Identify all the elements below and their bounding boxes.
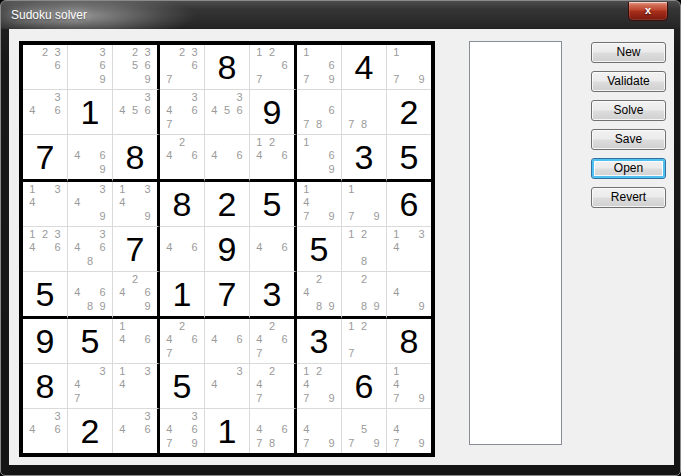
cell-candidates: 1479 xyxy=(390,365,428,405)
cell-r5c4[interactable]: 46 xyxy=(160,227,205,272)
cell-r6c1[interactable]: 5 xyxy=(23,272,68,319)
cell-candidates: 128 xyxy=(345,228,383,268)
cell-candidates: 347 xyxy=(71,365,109,405)
cell-r9c6[interactable]: 4678 xyxy=(250,409,297,453)
cell-candidates: 289 xyxy=(345,273,383,313)
cell-candidates: 2469 xyxy=(116,273,154,313)
cell-r2c3[interactable]: 3456 xyxy=(113,90,160,135)
cell-r6c8[interactable]: 289 xyxy=(342,272,387,319)
cell-r3c4[interactable]: 246 xyxy=(160,135,205,182)
cell-candidates: 236 xyxy=(26,46,64,86)
cell-r2c2[interactable]: 1 xyxy=(68,90,113,135)
cell-candidates: 34679 xyxy=(163,410,201,450)
cell-candidates: 46 xyxy=(208,136,246,176)
cell-r1c2[interactable]: 369 xyxy=(68,45,113,90)
cell-r8c2[interactable]: 347 xyxy=(68,364,113,409)
cell-r5c5[interactable]: 9 xyxy=(205,227,250,272)
cell-candidates: 4678 xyxy=(253,410,291,450)
cell-r2c8[interactable]: 78 xyxy=(342,90,387,135)
cell-candidates: 12479 xyxy=(300,365,338,405)
cell-value: 4 xyxy=(342,45,386,89)
cell-candidates: 46 xyxy=(208,320,246,360)
cell-r5c6[interactable]: 46 xyxy=(250,227,297,272)
cell-candidates: 246 xyxy=(163,136,201,176)
cell-r2c9[interactable]: 2 xyxy=(387,90,431,135)
cell-value: 8 xyxy=(23,364,67,408)
client-area: 2363692356923678126716794179346134563467… xyxy=(9,29,674,465)
cell-value: 2 xyxy=(205,182,249,226)
cell-r1c8[interactable]: 4 xyxy=(342,45,387,90)
cell-r8c7[interactable]: 12479 xyxy=(297,364,342,409)
cell-r7c1[interactable]: 9 xyxy=(23,319,68,364)
cell-r5c9[interactable]: 134 xyxy=(387,227,431,272)
save-button[interactable]: Save xyxy=(591,129,666,150)
cell-value: 3 xyxy=(342,135,386,179)
title-bar[interactable]: Sudoku solver x xyxy=(1,1,680,29)
cell-candidates: 78 xyxy=(345,91,383,131)
cell-r8c9[interactable]: 1479 xyxy=(387,364,431,409)
cell-r5c2[interactable]: 3468 xyxy=(68,227,113,272)
cell-candidates: 4689 xyxy=(71,273,109,313)
cell-r3c9[interactable]: 5 xyxy=(387,135,431,182)
cell-r5c7[interactable]: 5 xyxy=(297,227,342,272)
cell-r7c5[interactable]: 46 xyxy=(205,319,250,364)
cell-r2c4[interactable]: 3467 xyxy=(160,90,205,135)
cell-candidates: 134 xyxy=(116,365,154,405)
cell-r3c2[interactable]: 469 xyxy=(68,135,113,182)
cell-r7c6[interactable]: 2467 xyxy=(250,319,297,364)
cell-candidates: 146 xyxy=(116,320,154,360)
cell-value: 5 xyxy=(297,227,341,271)
cell-candidates: 134 xyxy=(26,183,64,223)
cell-value: 6 xyxy=(387,182,431,226)
cell-value: 3 xyxy=(297,319,341,363)
cell-r2c7[interactable]: 678 xyxy=(297,90,342,135)
cell-r7c2[interactable]: 5 xyxy=(68,319,113,364)
cell-r4c7[interactable]: 1479 xyxy=(297,182,342,227)
solve-button[interactable]: Solve xyxy=(591,100,666,121)
cell-r9c9[interactable]: 479 xyxy=(387,409,431,453)
cell-candidates: 179 xyxy=(345,183,383,223)
cell-value: 1 xyxy=(205,409,249,453)
cell-candidates: 369 xyxy=(71,46,109,86)
cell-value: 5 xyxy=(23,272,67,316)
cell-candidates: 1349 xyxy=(116,183,154,223)
cell-r7c7[interactable]: 3 xyxy=(297,319,342,364)
cell-r3c3[interactable]: 8 xyxy=(113,135,160,182)
cell-candidates: 46 xyxy=(253,228,291,268)
cell-value: 2 xyxy=(68,409,112,453)
cell-r4c3[interactable]: 1349 xyxy=(113,182,160,227)
cell-r1c7[interactable]: 1679 xyxy=(297,45,342,90)
cell-candidates: 479 xyxy=(300,410,338,450)
cell-r3c8[interactable]: 3 xyxy=(342,135,387,182)
cell-candidates: 3456 xyxy=(208,91,246,131)
cell-r1c1[interactable]: 236 xyxy=(23,45,68,90)
cell-r1c3[interactable]: 23569 xyxy=(113,45,160,90)
cell-r9c3[interactable]: 346 xyxy=(113,409,160,453)
cell-candidates: 1679 xyxy=(300,46,338,86)
cell-r4c5[interactable]: 2 xyxy=(205,182,250,227)
cell-value: 5 xyxy=(160,364,204,408)
cell-r2c5[interactable]: 3456 xyxy=(205,90,250,135)
cell-r6c4[interactable]: 1 xyxy=(160,272,205,319)
cell-candidates: 12346 xyxy=(26,228,64,268)
cell-candidates: 134 xyxy=(390,228,428,268)
cell-candidates: 3468 xyxy=(71,228,109,268)
cell-r3c7[interactable]: 169 xyxy=(297,135,342,182)
close-button[interactable]: x xyxy=(628,2,668,21)
cell-r6c9[interactable]: 49 xyxy=(387,272,431,319)
cell-r1c9[interactable]: 179 xyxy=(387,45,431,90)
cell-value: 5 xyxy=(250,182,294,226)
cell-candidates: 349 xyxy=(71,183,109,223)
cell-r9c7[interactable]: 479 xyxy=(297,409,342,453)
cell-candidates: 46 xyxy=(163,228,201,268)
cell-r1c5[interactable]: 8 xyxy=(205,45,250,90)
open-button[interactable]: Open xyxy=(591,158,666,179)
cell-value: 9 xyxy=(205,227,249,271)
cell-value: 6 xyxy=(342,364,386,408)
cell-r4c6[interactable]: 5 xyxy=(250,182,297,227)
cell-r2c1[interactable]: 346 xyxy=(23,90,68,135)
cell-r4c8[interactable]: 179 xyxy=(342,182,387,227)
cell-r3c5[interactable]: 46 xyxy=(205,135,250,182)
cell-candidates: 179 xyxy=(390,46,428,86)
cell-value: 1 xyxy=(68,90,112,134)
window: Sudoku solver x 236369235692367812671679… xyxy=(0,0,681,476)
cell-candidates: 2489 xyxy=(300,273,338,313)
cell-r1c4[interactable]: 2367 xyxy=(160,45,205,90)
cell-candidates: 127 xyxy=(345,320,383,360)
cell-r8c3[interactable]: 134 xyxy=(113,364,160,409)
cell-r4c4[interactable]: 8 xyxy=(160,182,205,227)
cell-r8c8[interactable]: 6 xyxy=(342,364,387,409)
cell-candidates: 479 xyxy=(390,410,428,450)
cell-value: 9 xyxy=(250,90,294,134)
cell-candidates: 1267 xyxy=(253,46,291,86)
cell-r9c8[interactable]: 579 xyxy=(342,409,387,453)
new-button[interactable]: New xyxy=(591,42,666,63)
cell-r4c1[interactable]: 134 xyxy=(23,182,68,227)
cell-value: 8 xyxy=(387,319,431,363)
cell-candidates: 1479 xyxy=(300,183,338,223)
cell-r6c7[interactable]: 2489 xyxy=(297,272,342,319)
cell-r5c3[interactable]: 7 xyxy=(113,227,160,272)
cell-candidates: 2467 xyxy=(163,320,201,360)
cell-r8c6[interactable]: 247 xyxy=(250,364,297,409)
cell-r9c1[interactable]: 346 xyxy=(23,409,68,453)
cell-r3c1[interactable]: 7 xyxy=(23,135,68,182)
cell-r5c8[interactable]: 128 xyxy=(342,227,387,272)
cell-r7c8[interactable]: 127 xyxy=(342,319,387,364)
cell-r4c9[interactable]: 6 xyxy=(387,182,431,227)
cell-value: 8 xyxy=(113,135,157,179)
cell-value: 9 xyxy=(23,319,67,363)
cell-value: 5 xyxy=(387,135,431,179)
cell-r6c6[interactable]: 3 xyxy=(250,272,297,319)
cell-candidates: 469 xyxy=(71,136,109,176)
puzzle-listbox[interactable] xyxy=(469,41,562,445)
cell-candidates: 23569 xyxy=(116,46,154,86)
cell-candidates: 346 xyxy=(116,410,154,450)
cell-r4c2[interactable]: 349 xyxy=(68,182,113,227)
cell-r6c2[interactable]: 4689 xyxy=(68,272,113,319)
cell-value: 7 xyxy=(205,272,249,316)
cell-r9c2[interactable]: 2 xyxy=(68,409,113,453)
cell-candidates: 678 xyxy=(300,91,338,131)
cell-r2c6[interactable]: 9 xyxy=(250,90,297,135)
cell-candidates: 34 xyxy=(208,365,246,405)
cell-value: 5 xyxy=(68,319,112,363)
cell-r6c5[interactable]: 7 xyxy=(205,272,250,319)
cell-value: 7 xyxy=(23,135,67,179)
cell-candidates: 247 xyxy=(253,365,291,405)
cell-value: 2 xyxy=(387,90,431,134)
cell-r9c5[interactable]: 1 xyxy=(205,409,250,453)
cell-r8c1[interactable]: 8 xyxy=(23,364,68,409)
button-column: New Validate Solve Save Open Revert xyxy=(591,42,666,208)
cell-r5c1[interactable]: 12346 xyxy=(23,227,68,272)
cell-candidates: 49 xyxy=(390,273,428,313)
cell-r1c6[interactable]: 1267 xyxy=(250,45,297,90)
cell-candidates: 169 xyxy=(300,136,338,176)
cell-candidates: 3467 xyxy=(163,91,201,131)
cell-r7c9[interactable]: 8 xyxy=(387,319,431,364)
close-icon: x xyxy=(629,2,667,19)
cell-candidates: 346 xyxy=(26,410,64,450)
cell-candidates: 2467 xyxy=(253,320,291,360)
cell-r9c4[interactable]: 34679 xyxy=(160,409,205,453)
revert-button[interactable]: Revert xyxy=(591,187,666,208)
cell-candidates: 2367 xyxy=(163,46,201,86)
cell-candidates: 346 xyxy=(26,91,64,131)
cell-candidates: 1246 xyxy=(253,136,291,176)
cell-value: 3 xyxy=(250,272,294,316)
sudoku-board: 2363692356923678126716794179346134563467… xyxy=(19,41,435,457)
cell-r8c4[interactable]: 5 xyxy=(160,364,205,409)
cell-r7c3[interactable]: 146 xyxy=(113,319,160,364)
window-title: Sudoku solver xyxy=(11,8,87,22)
cell-r3c6[interactable]: 1246 xyxy=(250,135,297,182)
cell-candidates: 579 xyxy=(345,410,383,450)
cell-r8c5[interactable]: 34 xyxy=(205,364,250,409)
cell-r7c4[interactable]: 2467 xyxy=(160,319,205,364)
cell-r6c3[interactable]: 2469 xyxy=(113,272,160,319)
cell-value: 8 xyxy=(160,182,204,226)
cell-candidates: 3456 xyxy=(116,91,154,131)
cell-value: 1 xyxy=(160,272,204,316)
cell-value: 7 xyxy=(113,227,157,271)
cell-value: 8 xyxy=(205,45,249,89)
validate-button[interactable]: Validate xyxy=(591,71,666,92)
